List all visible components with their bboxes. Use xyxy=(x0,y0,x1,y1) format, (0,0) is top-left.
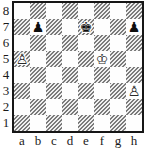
square-c3[interactable] xyxy=(46,83,62,99)
square-h7[interactable]: ♟ xyxy=(126,19,142,35)
chess-board: ♟♚♟♙♔♙ xyxy=(12,1,144,133)
rank-label-8: 8 xyxy=(0,3,12,19)
square-h4[interactable] xyxy=(126,67,142,83)
square-h5[interactable] xyxy=(126,51,142,67)
square-f7[interactable] xyxy=(94,19,110,35)
square-c7[interactable] xyxy=(46,19,62,35)
rank-labels: 87654321 xyxy=(0,3,12,131)
file-label-d: d xyxy=(62,133,78,148)
square-d5[interactable] xyxy=(62,51,78,67)
rank-label-2: 2 xyxy=(0,99,12,115)
square-c6[interactable] xyxy=(46,35,62,51)
rank-label-4: 4 xyxy=(0,67,12,83)
white-pawn-a5: ♙ xyxy=(14,51,30,67)
square-g6[interactable] xyxy=(110,35,126,51)
square-g8[interactable] xyxy=(110,3,126,19)
square-h3[interactable]: ♙ xyxy=(126,83,142,99)
square-c5[interactable] xyxy=(46,51,62,67)
square-a1[interactable] xyxy=(14,115,30,131)
square-a6[interactable] xyxy=(14,35,30,51)
square-e8[interactable] xyxy=(78,3,94,19)
black-pawn-b7: ♟ xyxy=(30,19,46,35)
square-g4[interactable] xyxy=(110,67,126,83)
chess-diagram: 87654321 ♟♚♟♙♔♙ abcdefgh xyxy=(0,0,145,148)
file-label-h: h xyxy=(126,133,142,148)
square-c2[interactable] xyxy=(46,99,62,115)
square-b8[interactable] xyxy=(30,3,46,19)
square-e5[interactable] xyxy=(78,51,94,67)
square-b2[interactable] xyxy=(30,99,46,115)
square-d4[interactable] xyxy=(62,67,78,83)
square-d8[interactable] xyxy=(62,3,78,19)
square-a2[interactable] xyxy=(14,99,30,115)
square-f3[interactable] xyxy=(94,83,110,99)
square-b5[interactable] xyxy=(30,51,46,67)
square-a4[interactable] xyxy=(14,67,30,83)
square-g3[interactable] xyxy=(110,83,126,99)
black-pawn-h7: ♟ xyxy=(126,19,142,35)
square-a8[interactable] xyxy=(14,3,30,19)
file-labels: abcdefgh xyxy=(14,133,142,148)
square-b1[interactable] xyxy=(30,115,46,131)
square-f6[interactable] xyxy=(94,35,110,51)
square-h1[interactable] xyxy=(126,115,142,131)
rank-label-6: 6 xyxy=(0,35,12,51)
file-label-g: g xyxy=(110,133,126,148)
rank-label-3: 3 xyxy=(0,83,12,99)
square-c4[interactable] xyxy=(46,67,62,83)
square-h8[interactable] xyxy=(126,3,142,19)
rank-label-7: 7 xyxy=(0,19,12,35)
file-label-a: a xyxy=(14,133,30,148)
square-e1[interactable] xyxy=(78,115,94,131)
square-e4[interactable] xyxy=(78,67,94,83)
square-g1[interactable] xyxy=(110,115,126,131)
square-a5[interactable]: ♙ xyxy=(14,51,30,67)
square-e6[interactable] xyxy=(78,35,94,51)
white-king-f5: ♔ xyxy=(94,51,110,67)
square-g5[interactable] xyxy=(110,51,126,67)
square-f2[interactable] xyxy=(94,99,110,115)
square-b4[interactable] xyxy=(30,67,46,83)
file-label-c: c xyxy=(46,133,62,148)
square-d3[interactable] xyxy=(62,83,78,99)
square-a3[interactable] xyxy=(14,83,30,99)
square-b6[interactable] xyxy=(30,35,46,51)
file-label-f: f xyxy=(94,133,110,148)
square-c1[interactable] xyxy=(46,115,62,131)
square-e3[interactable] xyxy=(78,83,94,99)
square-f4[interactable] xyxy=(94,67,110,83)
square-f8[interactable] xyxy=(94,3,110,19)
square-g7[interactable] xyxy=(110,19,126,35)
square-b3[interactable] xyxy=(30,83,46,99)
square-e2[interactable] xyxy=(78,99,94,115)
square-c8[interactable] xyxy=(46,3,62,19)
square-d2[interactable] xyxy=(62,99,78,115)
square-b7[interactable]: ♟ xyxy=(30,19,46,35)
square-d1[interactable] xyxy=(62,115,78,131)
square-h6[interactable] xyxy=(126,35,142,51)
square-f5[interactable]: ♔ xyxy=(94,51,110,67)
file-label-e: e xyxy=(78,133,94,148)
square-d6[interactable] xyxy=(62,35,78,51)
square-d7[interactable] xyxy=(62,19,78,35)
square-h2[interactable] xyxy=(126,99,142,115)
file-label-b: b xyxy=(30,133,46,148)
rank-label-1: 1 xyxy=(0,115,12,131)
black-king-e7: ♚ xyxy=(78,19,94,35)
square-f1[interactable] xyxy=(94,115,110,131)
white-pawn-h3: ♙ xyxy=(126,83,142,99)
square-a7[interactable] xyxy=(14,19,30,35)
square-e7[interactable]: ♚ xyxy=(78,19,94,35)
square-g2[interactable] xyxy=(110,99,126,115)
rank-label-5: 5 xyxy=(0,51,12,67)
